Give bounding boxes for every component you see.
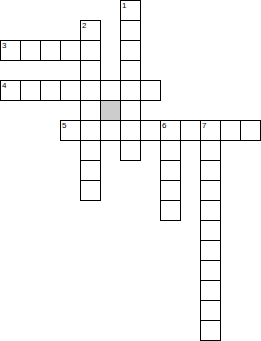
- crossword-cell-r16-c10[interactable]: [200, 320, 221, 341]
- crossword-cell-r2-c2[interactable]: [40, 40, 61, 61]
- crossword-cell-r13-c10[interactable]: [200, 260, 221, 281]
- crossword-cell-r4-c5[interactable]: [100, 80, 121, 101]
- crossword-cell-r7-c10[interactable]: [200, 140, 221, 161]
- crossword-cell-r10-c8[interactable]: [160, 200, 181, 221]
- clue-number-5: 5: [62, 122, 66, 130]
- crossword-cell-r9-c8[interactable]: [160, 180, 181, 201]
- crossword-cell-r2-c3[interactable]: [60, 40, 81, 61]
- crossword-cell-r8-c4[interactable]: [80, 160, 101, 181]
- crossword-cell-r2-c1[interactable]: [20, 40, 41, 61]
- crossword-cell-r4-c2[interactable]: [40, 80, 61, 101]
- clue-number-2: 2: [82, 22, 86, 30]
- crossword-cell-r3-c4[interactable]: [80, 60, 101, 81]
- crossword-cell-r6-c12[interactable]: [240, 120, 261, 141]
- crossword-cell-r5-c4[interactable]: [80, 100, 101, 121]
- crossword-cell-r7-c4[interactable]: [80, 140, 101, 161]
- clue-number-1: 1: [122, 2, 126, 10]
- crossword-cell-r7-c8[interactable]: [160, 140, 181, 161]
- crossword-cell-r4-c4[interactable]: [80, 80, 101, 101]
- clue-number-3: 3: [2, 42, 6, 50]
- crossword-cell-r4-c3[interactable]: [60, 80, 81, 101]
- crossword-cell-r8-c10[interactable]: [200, 160, 221, 181]
- crossword-cell-r1-c6[interactable]: [120, 20, 141, 41]
- crossword-cell-r9-c10[interactable]: [200, 180, 221, 201]
- crossword-cell-r2-c4[interactable]: [80, 40, 101, 61]
- crossword-cell-r10-c10[interactable]: [200, 200, 221, 221]
- crossword-cell-r4-c7[interactable]: [140, 80, 161, 101]
- crossword-cell-r6-c6[interactable]: [120, 120, 141, 141]
- crossword-cell-r4-c1[interactable]: [20, 80, 41, 101]
- crossword-cell-r6-c11[interactable]: [220, 120, 241, 141]
- crossword-grid: 1234567: [0, 0, 261, 341]
- crossword-cell-r6-c9[interactable]: [180, 120, 201, 141]
- crossword-cell-highlighted-r5-c5[interactable]: [100, 100, 121, 121]
- crossword-cell-r6-c4[interactable]: [80, 120, 101, 141]
- crossword-cell-r11-c10[interactable]: [200, 220, 221, 241]
- crossword-cell-r4-c6[interactable]: [120, 80, 141, 101]
- crossword-cell-r9-c4[interactable]: [80, 180, 101, 201]
- crossword-cell-r14-c10[interactable]: [200, 280, 221, 301]
- crossword-cell-r2-c6[interactable]: [120, 40, 141, 61]
- crossword-cell-r5-c6[interactable]: [120, 100, 141, 121]
- clue-number-6: 6: [162, 122, 166, 130]
- crossword-cell-r6-c5[interactable]: [100, 120, 121, 141]
- clue-number-7: 7: [202, 122, 206, 130]
- crossword-cell-r7-c6[interactable]: [120, 140, 141, 161]
- crossword-cell-r12-c10[interactable]: [200, 240, 221, 261]
- crossword-cell-r8-c8[interactable]: [160, 160, 181, 181]
- crossword-cell-r3-c6[interactable]: [120, 60, 141, 81]
- crossword-cell-r6-c7[interactable]: [140, 120, 161, 141]
- crossword-cell-r15-c10[interactable]: [200, 300, 221, 321]
- clue-number-4: 4: [2, 82, 6, 90]
